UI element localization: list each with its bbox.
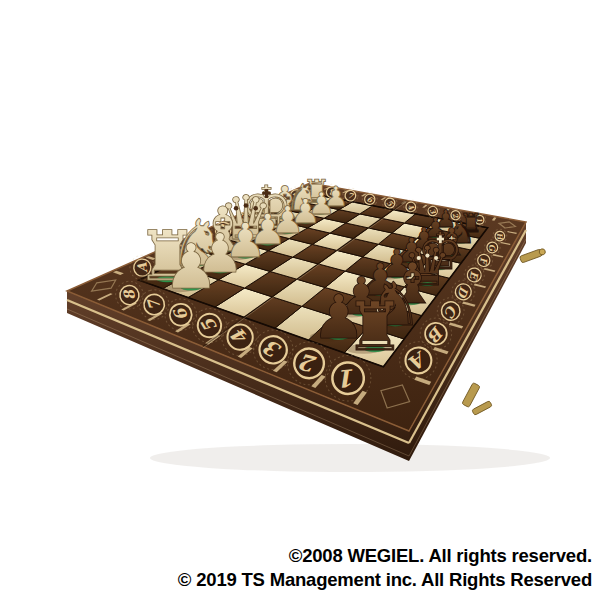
ground-shadow (150, 444, 550, 472)
clasp-hook (472, 401, 492, 416)
brass-hinge (519, 248, 546, 263)
piece-glyph: ♜ (345, 287, 406, 366)
copyright-footer: ©2008 WEGIEL. All rights reserved. © 201… (178, 544, 592, 591)
clasp-arm (462, 383, 480, 408)
medallion-glyph: 1 (339, 363, 358, 392)
piece-white-pawn-a7: ♟ (162, 230, 219, 303)
piece-brown-rook-a1: ♜ (345, 287, 406, 366)
brass-clasp-hook (472, 401, 492, 416)
copyright-line-1: ©2008 WEGIEL. All rights reserved. (178, 544, 592, 567)
copyright-line-2: © 2019 TS Management inc. All Rights Res… (178, 568, 592, 591)
brass-clasp (462, 383, 480, 408)
product-photo-canvas: 1122334455667788AABBCCDDEEFFGGHH♜♟♞♟♝♟♟♚… (0, 0, 600, 600)
piece-glyph: ♟ (163, 230, 219, 303)
chessboard-photo: 1122334455667788AABBCCDDEEFFGGHH♜♟♞♟♝♟♟♚… (0, 0, 600, 600)
